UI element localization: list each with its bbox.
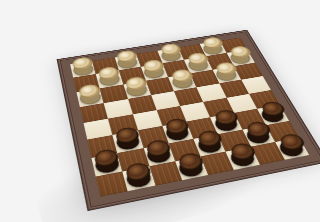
checker-face: [159, 42, 182, 56]
dark-checker[interactable]: [164, 123, 191, 142]
light-checker[interactable]: [78, 89, 102, 105]
checker-face: [201, 36, 225, 50]
square-b3[interactable]: [113, 131, 143, 153]
dark-checker[interactable]: [195, 135, 223, 154]
dark-checker[interactable]: [277, 139, 307, 159]
square-c2[interactable]: [143, 143, 175, 166]
square-a6[interactable]: [76, 88, 103, 107]
checker-face: [116, 49, 139, 63]
dark-checker[interactable]: [228, 148, 257, 168]
square-d3[interactable]: [162, 122, 193, 143]
checker-face: [213, 108, 241, 126]
checker-face: [229, 45, 254, 59]
checker-face: [114, 126, 141, 145]
dark-checker[interactable]: [125, 168, 153, 190]
square-f1[interactable]: [226, 147, 260, 170]
square-d1[interactable]: [175, 156, 208, 180]
checker-face: [71, 56, 94, 71]
photo-background: [0, 0, 320, 222]
dark-checker[interactable]: [115, 132, 141, 151]
checker-face: [260, 100, 288, 117]
square-b1[interactable]: [123, 166, 156, 191]
dark-checker[interactable]: [177, 158, 206, 179]
